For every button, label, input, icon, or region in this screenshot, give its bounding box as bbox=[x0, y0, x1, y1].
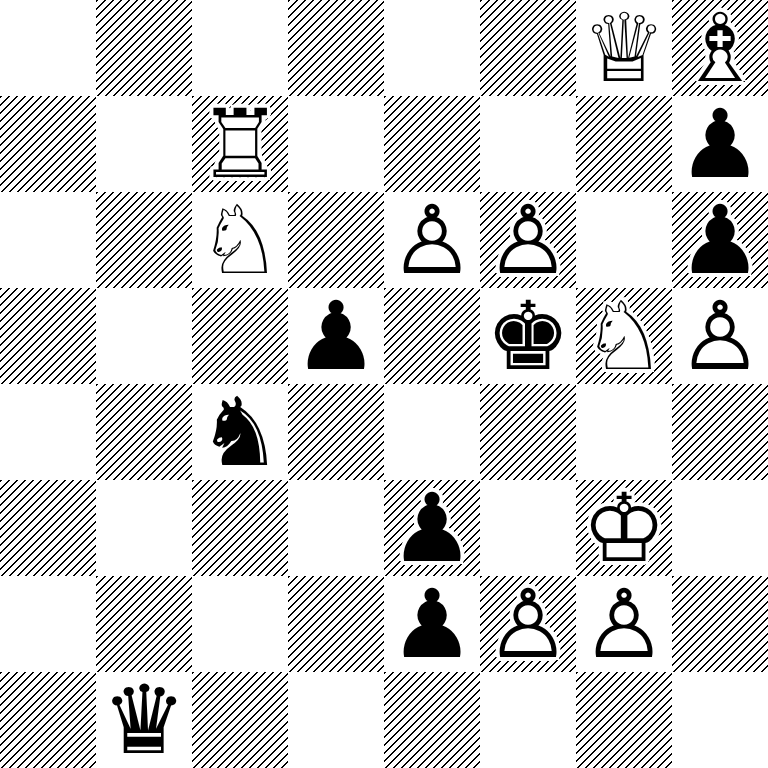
square-h4[interactable] bbox=[672, 384, 768, 480]
square-e5[interactable] bbox=[384, 288, 480, 384]
square-d4[interactable] bbox=[288, 384, 384, 480]
white-pawn-piece: ♟♙ bbox=[672, 288, 768, 384]
square-b8[interactable] bbox=[96, 0, 192, 96]
square-e4[interactable] bbox=[384, 384, 480, 480]
square-b4[interactable] bbox=[96, 384, 192, 480]
square-d7[interactable] bbox=[288, 96, 384, 192]
black-pawn-piece: ♟ bbox=[288, 288, 384, 384]
square-g3[interactable]: ♚♔ bbox=[576, 480, 672, 576]
piece-outline: ♙ bbox=[384, 192, 480, 288]
square-g7[interactable] bbox=[576, 96, 672, 192]
square-b6[interactable] bbox=[96, 192, 192, 288]
piece-glyph: ♟ bbox=[672, 192, 768, 288]
white-knight-piece: ♞♘ bbox=[192, 192, 288, 288]
piece-glyph: ♛ bbox=[96, 672, 192, 768]
black-pawn-piece: ♟ bbox=[672, 96, 768, 192]
white-pawn-piece: ♟♙ bbox=[384, 192, 480, 288]
square-e7[interactable] bbox=[384, 96, 480, 192]
square-f1[interactable] bbox=[480, 672, 576, 768]
square-c6[interactable]: ♞♘ bbox=[192, 192, 288, 288]
square-h7[interactable]: ♟ bbox=[672, 96, 768, 192]
black-queen-piece: ♛ bbox=[96, 672, 192, 768]
piece-outline: ♘ bbox=[192, 192, 288, 288]
square-b2[interactable] bbox=[96, 576, 192, 672]
square-h3[interactable] bbox=[672, 480, 768, 576]
square-d3[interactable] bbox=[288, 480, 384, 576]
piece-outline: ♔ bbox=[576, 480, 672, 576]
square-b3[interactable] bbox=[96, 480, 192, 576]
square-e2[interactable]: ♟ bbox=[384, 576, 480, 672]
piece-glyph: ♞ bbox=[192, 384, 288, 480]
square-a1[interactable] bbox=[0, 672, 96, 768]
white-pawn-piece: ♟♙ bbox=[576, 576, 672, 672]
square-a6[interactable] bbox=[0, 192, 96, 288]
square-h6[interactable]: ♟ bbox=[672, 192, 768, 288]
piece-outline: ♘ bbox=[576, 288, 672, 384]
piece-outline: ♗ bbox=[672, 0, 768, 96]
piece-outline: ♖ bbox=[192, 96, 288, 192]
square-h5[interactable]: ♟♙ bbox=[672, 288, 768, 384]
square-c4[interactable]: ♞ bbox=[192, 384, 288, 480]
square-h1[interactable] bbox=[672, 672, 768, 768]
piece-outline: ♙ bbox=[480, 576, 576, 672]
piece-glyph: ♟ bbox=[384, 576, 480, 672]
black-pawn-piece: ♟ bbox=[384, 576, 480, 672]
square-c8[interactable] bbox=[192, 0, 288, 96]
square-c3[interactable] bbox=[192, 480, 288, 576]
square-h2[interactable] bbox=[672, 576, 768, 672]
square-b5[interactable] bbox=[96, 288, 192, 384]
square-a2[interactable] bbox=[0, 576, 96, 672]
square-f4[interactable] bbox=[480, 384, 576, 480]
square-g5[interactable]: ♞♘ bbox=[576, 288, 672, 384]
white-pawn-piece: ♟♙ bbox=[480, 192, 576, 288]
black-knight-piece: ♞ bbox=[192, 384, 288, 480]
piece-glyph: ♟ bbox=[672, 96, 768, 192]
white-king-piece: ♚♔ bbox=[576, 480, 672, 576]
square-d6[interactable] bbox=[288, 192, 384, 288]
square-d2[interactable] bbox=[288, 576, 384, 672]
white-pawn-piece: ♟♙ bbox=[480, 576, 576, 672]
square-b7[interactable] bbox=[96, 96, 192, 192]
piece-glyph: ♚ bbox=[480, 288, 576, 384]
square-d1[interactable] bbox=[288, 672, 384, 768]
chess-board: ♛♕♝♗♜♖♟♞♘♟♙♟♙♟♟♚♞♘♟♙♞♟♚♔♟♟♙♟♙♛ bbox=[0, 0, 768, 768]
square-e6[interactable]: ♟♙ bbox=[384, 192, 480, 288]
piece-glyph: ♟ bbox=[384, 480, 480, 576]
piece-outline: ♙ bbox=[480, 192, 576, 288]
square-e1[interactable] bbox=[384, 672, 480, 768]
white-queen-piece: ♛♕ bbox=[576, 0, 672, 96]
square-g6[interactable] bbox=[576, 192, 672, 288]
square-a5[interactable] bbox=[0, 288, 96, 384]
black-pawn-piece: ♟ bbox=[672, 192, 768, 288]
square-f6[interactable]: ♟♙ bbox=[480, 192, 576, 288]
square-a4[interactable] bbox=[0, 384, 96, 480]
white-bishop-piece: ♝♗ bbox=[672, 0, 768, 96]
square-a7[interactable] bbox=[0, 96, 96, 192]
square-f7[interactable] bbox=[480, 96, 576, 192]
white-knight-piece: ♞♘ bbox=[576, 288, 672, 384]
white-rook-piece: ♜♖ bbox=[192, 96, 288, 192]
square-e3[interactable]: ♟ bbox=[384, 480, 480, 576]
square-g1[interactable] bbox=[576, 672, 672, 768]
square-f3[interactable] bbox=[480, 480, 576, 576]
square-c5[interactable] bbox=[192, 288, 288, 384]
black-pawn-piece: ♟ bbox=[384, 480, 480, 576]
square-c7[interactable]: ♜♖ bbox=[192, 96, 288, 192]
piece-outline: ♕ bbox=[576, 0, 672, 96]
square-d8[interactable] bbox=[288, 0, 384, 96]
black-king-piece: ♚ bbox=[480, 288, 576, 384]
square-a3[interactable] bbox=[0, 480, 96, 576]
square-f5[interactable]: ♚ bbox=[480, 288, 576, 384]
square-e8[interactable] bbox=[384, 0, 480, 96]
square-c1[interactable] bbox=[192, 672, 288, 768]
square-f2[interactable]: ♟♙ bbox=[480, 576, 576, 672]
square-g2[interactable]: ♟♙ bbox=[576, 576, 672, 672]
square-g8[interactable]: ♛♕ bbox=[576, 0, 672, 96]
square-d5[interactable]: ♟ bbox=[288, 288, 384, 384]
square-b1[interactable]: ♛ bbox=[96, 672, 192, 768]
piece-glyph: ♟ bbox=[288, 288, 384, 384]
square-c2[interactable] bbox=[192, 576, 288, 672]
piece-outline: ♙ bbox=[576, 576, 672, 672]
square-f8[interactable] bbox=[480, 0, 576, 96]
square-h8[interactable]: ♝♗ bbox=[672, 0, 768, 96]
piece-outline: ♙ bbox=[672, 288, 768, 384]
square-g4[interactable] bbox=[576, 384, 672, 480]
square-a8[interactable] bbox=[0, 0, 96, 96]
